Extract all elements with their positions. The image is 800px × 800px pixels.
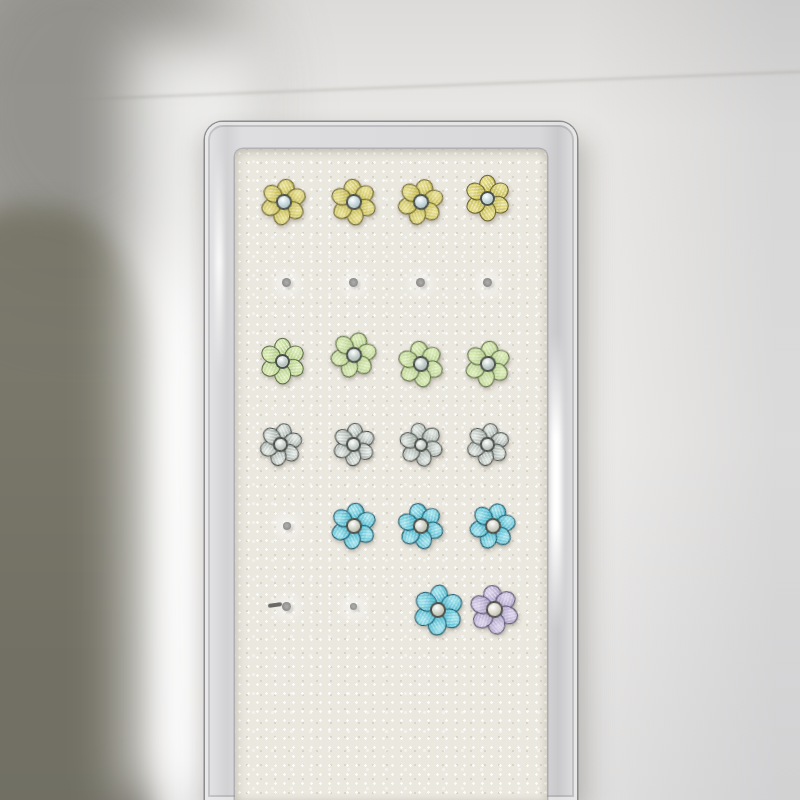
flower-stud-silver: [464, 421, 511, 468]
photo-scene: [0, 0, 800, 800]
empty-slot: [253, 485, 320, 566]
empty-slot: [253, 242, 320, 323]
foam-insert: [235, 149, 547, 800]
empty-pin-hole: [282, 602, 291, 611]
stud-slot: [253, 323, 320, 404]
empty-pin-hole: [416, 278, 425, 287]
stud-slot: [387, 485, 454, 566]
flower-stud-yellow: [394, 175, 447, 228]
flower-stud-silver: [332, 423, 376, 467]
stud-slot: [454, 485, 521, 566]
flower-stud-yellow: [259, 177, 309, 227]
flower-stud-yellow: [466, 177, 510, 221]
empty-slot: [320, 566, 387, 647]
stud-slot: [253, 404, 320, 485]
stud-slot: [320, 323, 387, 404]
flower-stud-green: [396, 339, 446, 389]
frame-reflection-left: [215, 147, 223, 377]
flower-stud-green: [326, 327, 381, 382]
flower-stud-lavender: [468, 583, 521, 636]
stud-slot: [454, 566, 521, 647]
flower-center-crystal: [275, 193, 292, 210]
stud-slot: [387, 161, 454, 242]
stud-grid: [253, 161, 521, 647]
flower-stud-turquoise: [465, 498, 520, 553]
display-box: [205, 122, 577, 800]
stud-slot: [387, 323, 454, 404]
flower-stud-green: [463, 339, 511, 387]
empty-slot: [253, 566, 320, 647]
stud-slot: [454, 323, 521, 404]
empty-pin-hole: [483, 278, 492, 287]
flower-center-crystal: [480, 191, 495, 206]
frame-reflection-right: [550, 332, 562, 632]
flower-stud-green: [261, 340, 305, 384]
stud-slot: [320, 404, 387, 485]
empty-pin-hole: [349, 278, 358, 287]
stud-slot: [253, 161, 320, 242]
stud-slot: [320, 485, 387, 566]
flower-center-crystal: [412, 355, 429, 372]
flower-stud-yellow: [329, 177, 377, 225]
empty-pin-hole: [282, 278, 291, 287]
empty-pin-hole: [350, 603, 357, 610]
empty-pin-hole: [283, 522, 291, 530]
flower-center-crystal: [275, 354, 290, 369]
stud-slot: [387, 566, 454, 647]
stud-slot: [454, 161, 521, 242]
flower-center-crystal: [479, 355, 496, 372]
empty-slot: [454, 242, 521, 323]
flower-stud-turquoise: [394, 499, 446, 551]
flower-center-crystal: [346, 437, 361, 452]
flower-stud-silver: [256, 420, 305, 469]
flower-center-crystal: [345, 193, 362, 210]
stud-slot: [320, 161, 387, 242]
empty-slot: [387, 242, 454, 323]
flower-center-crystal: [345, 517, 362, 534]
empty-slot: [320, 242, 387, 323]
stud-slot: [454, 404, 521, 485]
stud-slot: [387, 404, 454, 485]
flower-stud-turquoise: [329, 501, 377, 549]
flower-stud-silver: [396, 420, 445, 469]
